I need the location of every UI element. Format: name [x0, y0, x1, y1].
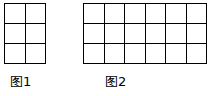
grid-cell	[84, 44, 104, 63]
figure1-label: 图1	[10, 74, 31, 89]
grid-cell	[84, 24, 104, 43]
grid-cell	[146, 24, 166, 43]
grid-cell	[105, 4, 125, 23]
grid-cell	[26, 4, 46, 23]
grid-cell	[166, 24, 186, 43]
grid-cell	[146, 4, 166, 23]
figure2-label: 图2	[105, 74, 126, 89]
grid-cell	[187, 44, 207, 63]
grid-cell	[125, 44, 145, 63]
grid-cell	[187, 24, 207, 43]
grid-cell	[84, 4, 104, 23]
grid-figure2	[83, 3, 207, 64]
grid-cell	[5, 4, 25, 23]
grid-cell	[125, 24, 145, 43]
figure-canvas: 图1 图2	[0, 0, 208, 96]
grid-cell	[187, 4, 207, 23]
grid-cell	[5, 44, 25, 63]
grid-cell	[105, 24, 125, 43]
grid-cell	[125, 4, 145, 23]
grid-cell	[166, 4, 186, 23]
grid-cell	[105, 44, 125, 63]
grid-cell	[26, 24, 46, 43]
grid-cell	[166, 44, 186, 63]
grid-cell	[146, 44, 166, 63]
grid-cell	[5, 24, 25, 43]
grid-figure1	[4, 3, 46, 64]
grid-cell	[26, 44, 46, 63]
